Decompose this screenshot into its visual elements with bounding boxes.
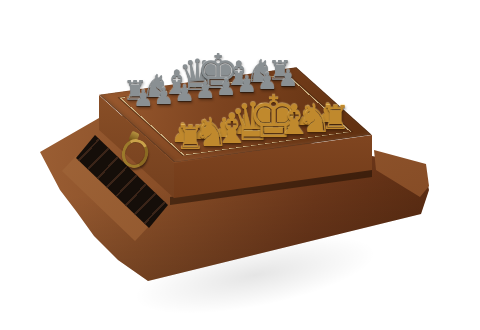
chess-board	[121, 75, 350, 155]
chess-set-photo: ♜♞♝♛♚♝♞♜♟♟♟♟♟♟♟♟♟♟♟♟♟♟♟♟♜♞♝♛♚♝♞♜	[0, 0, 480, 330]
